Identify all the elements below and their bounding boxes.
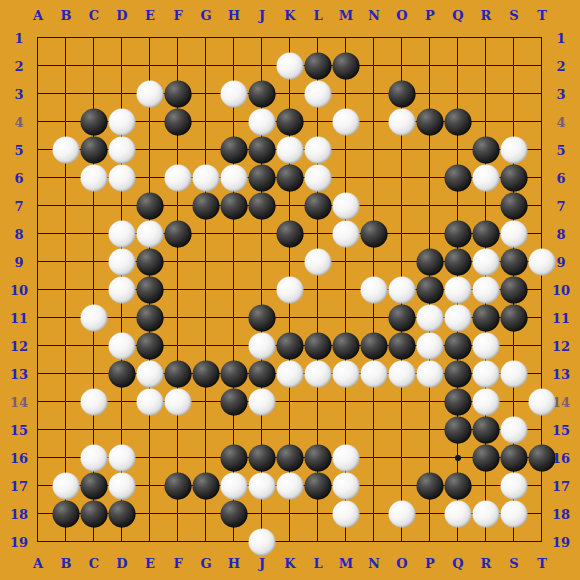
col-label-bottom-C: C — [89, 557, 99, 570]
stone-white-R9[interactable] — [473, 249, 500, 276]
stone-white-S15[interactable] — [501, 417, 528, 444]
stone-black-L12[interactable] — [305, 333, 332, 360]
row-label-left-17: 17 — [10, 480, 28, 493]
col-label-top-H: H — [228, 9, 240, 22]
stone-white-S13[interactable] — [501, 361, 528, 388]
row-label-right-6: 6 — [556, 172, 565, 185]
stone-black-D13[interactable] — [109, 361, 136, 388]
row-label-left-9: 9 — [14, 256, 23, 269]
stone-black-H16[interactable] — [221, 445, 248, 472]
stone-white-D16[interactable] — [109, 445, 136, 472]
stone-white-M17[interactable] — [333, 473, 360, 500]
stone-black-R15[interactable] — [473, 417, 500, 444]
col-label-bottom-E: E — [145, 557, 155, 570]
row-label-right-4: 4 — [556, 116, 565, 129]
stone-black-G13[interactable] — [193, 361, 220, 388]
col-label-top-E: E — [145, 9, 155, 22]
stone-black-Q4[interactable] — [445, 109, 472, 136]
stone-black-J7[interactable] — [249, 193, 276, 220]
stone-black-J13[interactable] — [249, 361, 276, 388]
stone-black-S11[interactable] — [501, 305, 528, 332]
stone-black-G17[interactable] — [193, 473, 220, 500]
stone-black-D18[interactable] — [109, 501, 136, 528]
stone-black-Q12[interactable] — [445, 333, 472, 360]
col-label-top-C: C — [89, 9, 99, 22]
row-label-right-2: 2 — [556, 60, 565, 73]
row-label-left-1: 1 — [14, 32, 23, 45]
stone-black-L16[interactable] — [305, 445, 332, 472]
col-label-bottom-F: F — [173, 557, 182, 570]
stone-white-H17[interactable] — [221, 473, 248, 500]
stone-black-C17[interactable] — [81, 473, 108, 500]
stone-white-M8[interactable] — [333, 221, 360, 248]
stone-white-M4[interactable] — [333, 109, 360, 136]
row-label-right-10: 10 — [552, 284, 570, 297]
row-label-left-18: 18 — [10, 508, 28, 521]
stone-white-J17[interactable] — [249, 473, 276, 500]
col-label-top-A: A — [33, 9, 43, 22]
stone-white-K2[interactable] — [277, 53, 304, 80]
col-label-top-B: B — [61, 9, 72, 22]
stone-black-Q6[interactable] — [445, 165, 472, 192]
row-label-left-15: 15 — [10, 424, 28, 437]
stone-white-S18[interactable] — [501, 501, 528, 528]
stone-black-S7[interactable] — [501, 193, 528, 220]
col-label-top-K: K — [284, 9, 295, 22]
col-label-top-R: R — [481, 9, 492, 22]
stone-black-K6[interactable] — [277, 165, 304, 192]
row-label-right-1: 1 — [556, 32, 565, 45]
stone-white-D6[interactable] — [109, 165, 136, 192]
stone-white-T14[interactable] — [529, 389, 556, 416]
row-label-right-5: 5 — [556, 144, 565, 157]
row-label-right-11: 11 — [552, 312, 570, 325]
col-label-bottom-B: B — [61, 557, 72, 570]
stone-white-C16[interactable] — [81, 445, 108, 472]
stone-white-Q11[interactable] — [445, 305, 472, 332]
stone-black-S10[interactable] — [501, 277, 528, 304]
stone-white-K13[interactable] — [277, 361, 304, 388]
stone-white-L5[interactable] — [305, 137, 332, 164]
stone-black-Q14[interactable] — [445, 389, 472, 416]
row-label-left-2: 2 — [14, 60, 23, 73]
stone-black-E7[interactable] — [137, 193, 164, 220]
col-label-bottom-D: D — [116, 557, 127, 570]
col-label-bottom-R: R — [481, 557, 492, 570]
stone-white-J4[interactable] — [249, 109, 276, 136]
row-label-right-9: 9 — [556, 256, 565, 269]
stone-black-F13[interactable] — [165, 361, 192, 388]
stone-black-L17[interactable] — [305, 473, 332, 500]
col-label-bottom-N: N — [368, 557, 380, 570]
stone-white-C6[interactable] — [81, 165, 108, 192]
stone-black-J5[interactable] — [249, 137, 276, 164]
row-label-right-7: 7 — [556, 200, 565, 213]
row-label-left-14: 14 — [10, 396, 28, 409]
stone-white-P12[interactable] — [417, 333, 444, 360]
row-label-right-12: 12 — [552, 340, 570, 353]
stone-white-H6[interactable] — [221, 165, 248, 192]
stone-black-C18[interactable] — [81, 501, 108, 528]
stone-white-O13[interactable] — [389, 361, 416, 388]
stone-white-J12[interactable] — [249, 333, 276, 360]
col-label-top-T: T — [537, 9, 547, 22]
star-point-Q16 — [455, 455, 461, 461]
stone-black-C5[interactable] — [81, 137, 108, 164]
col-label-top-Q: Q — [452, 9, 463, 22]
stone-black-P9[interactable] — [417, 249, 444, 276]
col-label-top-J: J — [259, 9, 265, 22]
stone-black-H5[interactable] — [221, 137, 248, 164]
stone-white-S8[interactable] — [501, 221, 528, 248]
stone-black-K12[interactable] — [277, 333, 304, 360]
row-label-left-13: 13 — [10, 368, 28, 381]
stone-black-B18[interactable] — [53, 501, 80, 528]
stone-black-J16[interactable] — [249, 445, 276, 472]
stone-white-L13[interactable] — [305, 361, 332, 388]
stone-white-R6[interactable] — [473, 165, 500, 192]
stone-white-H3[interactable] — [221, 81, 248, 108]
stone-black-E9[interactable] — [137, 249, 164, 276]
stone-white-C11[interactable] — [81, 305, 108, 332]
col-label-bottom-M: M — [339, 557, 353, 570]
stone-white-L3[interactable] — [305, 81, 332, 108]
stone-black-M2[interactable] — [333, 53, 360, 80]
col-label-top-S: S — [509, 9, 518, 22]
stone-black-E11[interactable] — [137, 305, 164, 332]
stone-white-N10[interactable] — [361, 277, 388, 304]
row-label-right-8: 8 — [556, 228, 565, 241]
stone-white-M18[interactable] — [333, 501, 360, 528]
col-label-bottom-K: K — [284, 557, 295, 570]
stone-white-P11[interactable] — [417, 305, 444, 332]
stone-black-Q8[interactable] — [445, 221, 472, 248]
stone-black-Q9[interactable] — [445, 249, 472, 276]
col-label-bottom-A: A — [33, 557, 43, 570]
col-label-bottom-L: L — [313, 557, 322, 570]
stone-white-M13[interactable] — [333, 361, 360, 388]
stone-black-Q17[interactable] — [445, 473, 472, 500]
col-label-top-P: P — [425, 9, 435, 22]
stone-white-D9[interactable] — [109, 249, 136, 276]
stone-white-O18[interactable] — [389, 501, 416, 528]
stone-black-H13[interactable] — [221, 361, 248, 388]
row-label-left-11: 11 — [10, 312, 28, 325]
col-label-bottom-O: O — [396, 557, 407, 570]
row-label-right-13: 13 — [552, 368, 570, 381]
col-label-bottom-J: J — [259, 557, 265, 570]
stone-black-S16[interactable] — [501, 445, 528, 472]
row-label-right-17: 17 — [552, 480, 570, 493]
stone-white-F14[interactable] — [165, 389, 192, 416]
stone-white-R18[interactable] — [473, 501, 500, 528]
stone-white-C14[interactable] — [81, 389, 108, 416]
stone-black-R11[interactable] — [473, 305, 500, 332]
stone-black-F8[interactable] — [165, 221, 192, 248]
stone-white-Q10[interactable] — [445, 277, 472, 304]
stone-black-K4[interactable] — [277, 109, 304, 136]
stone-white-D5[interactable] — [109, 137, 136, 164]
stone-white-D17[interactable] — [109, 473, 136, 500]
stone-black-J3[interactable] — [249, 81, 276, 108]
row-label-left-8: 8 — [14, 228, 23, 241]
col-label-bottom-G: G — [200, 557, 211, 570]
stone-white-L6[interactable] — [305, 165, 332, 192]
stone-black-Q15[interactable] — [445, 417, 472, 444]
stone-white-O10[interactable] — [389, 277, 416, 304]
row-label-left-19: 19 — [10, 536, 28, 549]
row-label-left-3: 3 — [14, 88, 23, 101]
stone-white-P13[interactable] — [417, 361, 444, 388]
stone-white-M16[interactable] — [333, 445, 360, 472]
col-label-bottom-P: P — [425, 557, 435, 570]
stone-black-F3[interactable] — [165, 81, 192, 108]
col-label-top-D: D — [116, 9, 127, 22]
row-label-left-7: 7 — [14, 200, 23, 213]
col-label-bottom-T: T — [537, 557, 547, 570]
stone-black-P10[interactable] — [417, 277, 444, 304]
stone-white-K10[interactable] — [277, 277, 304, 304]
stone-white-J19[interactable] — [249, 529, 276, 556]
stone-black-H14[interactable] — [221, 389, 248, 416]
stone-black-L7[interactable] — [305, 193, 332, 220]
stone-white-R12[interactable] — [473, 333, 500, 360]
stone-black-K16[interactable] — [277, 445, 304, 472]
stone-white-J14[interactable] — [249, 389, 276, 416]
stone-white-D4[interactable] — [109, 109, 136, 136]
stone-white-F6[interactable] — [165, 165, 192, 192]
stone-black-F4[interactable] — [165, 109, 192, 136]
stone-black-T16[interactable] — [529, 445, 556, 472]
stone-black-Q13[interactable] — [445, 361, 472, 388]
stone-white-B17[interactable] — [53, 473, 80, 500]
row-label-left-16: 16 — [10, 452, 28, 465]
row-label-right-3: 3 — [556, 88, 565, 101]
stone-black-K8[interactable] — [277, 221, 304, 248]
stone-black-R16[interactable] — [473, 445, 500, 472]
stone-white-L9[interactable] — [305, 249, 332, 276]
stone-white-Q18[interactable] — [445, 501, 472, 528]
stone-black-S6[interactable] — [501, 165, 528, 192]
stone-white-D8[interactable] — [109, 221, 136, 248]
row-label-left-6: 6 — [14, 172, 23, 185]
stone-black-P17[interactable] — [417, 473, 444, 500]
stone-white-R13[interactable] — [473, 361, 500, 388]
stone-black-L2[interactable] — [305, 53, 332, 80]
col-label-bottom-Q: Q — [452, 557, 463, 570]
row-label-left-5: 5 — [14, 144, 23, 157]
stone-black-O11[interactable] — [389, 305, 416, 332]
col-label-bottom-H: H — [228, 557, 240, 570]
stone-white-S5[interactable] — [501, 137, 528, 164]
row-label-left-10: 10 — [10, 284, 28, 297]
stone-white-D12[interactable] — [109, 333, 136, 360]
stone-black-E12[interactable] — [137, 333, 164, 360]
stone-black-F17[interactable] — [165, 473, 192, 500]
stone-white-N13[interactable] — [361, 361, 388, 388]
row-label-right-18: 18 — [552, 508, 570, 521]
col-label-top-M: M — [339, 9, 353, 22]
stone-white-D10[interactable] — [109, 277, 136, 304]
stone-white-M7[interactable] — [333, 193, 360, 220]
col-label-top-F: F — [173, 9, 182, 22]
col-label-top-N: N — [368, 9, 380, 22]
stone-black-S9[interactable] — [501, 249, 528, 276]
stone-white-E14[interactable] — [137, 389, 164, 416]
stone-white-G6[interactable] — [193, 165, 220, 192]
row-label-right-19: 19 — [552, 536, 570, 549]
stone-white-T9[interactable] — [529, 249, 556, 276]
stone-black-G7[interactable] — [193, 193, 220, 220]
stone-black-M12[interactable] — [333, 333, 360, 360]
row-label-left-12: 12 — [10, 340, 28, 353]
stone-black-J6[interactable] — [249, 165, 276, 192]
stone-black-H7[interactable] — [221, 193, 248, 220]
stone-black-P4[interactable] — [417, 109, 444, 136]
stone-white-E8[interactable] — [137, 221, 164, 248]
stone-white-R14[interactable] — [473, 389, 500, 416]
col-label-top-L: L — [313, 9, 322, 22]
stone-white-K17[interactable] — [277, 473, 304, 500]
stone-black-O3[interactable] — [389, 81, 416, 108]
col-label-bottom-S: S — [509, 557, 518, 570]
stone-black-R5[interactable] — [473, 137, 500, 164]
stone-black-H18[interactable] — [221, 501, 248, 528]
go-board[interactable]: AABBCCDDEEFFGGHHJJKKLLMMNNOOPPQQRRSSTT11… — [0, 0, 580, 580]
stone-black-J11[interactable] — [249, 305, 276, 332]
stone-white-E3[interactable] — [137, 81, 164, 108]
stone-white-K5[interactable] — [277, 137, 304, 164]
row-label-left-4: 4 — [14, 116, 23, 129]
stone-white-E13[interactable] — [137, 361, 164, 388]
col-label-top-G: G — [200, 9, 211, 22]
stone-black-N8[interactable] — [361, 221, 388, 248]
stone-black-N12[interactable] — [361, 333, 388, 360]
stone-white-B5[interactable] — [53, 137, 80, 164]
stone-black-R8[interactable] — [473, 221, 500, 248]
row-label-right-15: 15 — [552, 424, 570, 437]
stone-white-R10[interactable] — [473, 277, 500, 304]
stone-black-E10[interactable] — [137, 277, 164, 304]
stone-white-S17[interactable] — [501, 473, 528, 500]
stone-black-O12[interactable] — [389, 333, 416, 360]
col-label-top-O: O — [396, 9, 407, 22]
stone-black-C4[interactable] — [81, 109, 108, 136]
stone-white-O4[interactable] — [389, 109, 416, 136]
